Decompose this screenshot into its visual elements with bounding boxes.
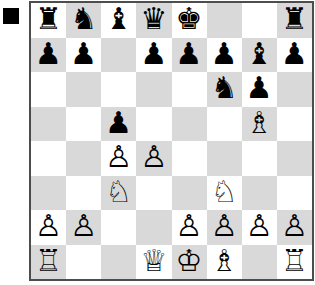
square-h3[interactable] <box>277 176 312 211</box>
square-e2[interactable]: ♙ <box>172 210 207 245</box>
black-knight-piece: ♞ <box>70 4 97 34</box>
square-d1[interactable]: ♕ <box>136 245 171 280</box>
black-pawn-piece: ♟ <box>246 73 273 103</box>
white-rook-piece: ♖ <box>35 246 62 276</box>
square-h2[interactable]: ♙ <box>277 210 312 245</box>
square-b1[interactable] <box>66 245 101 280</box>
square-e6[interactable] <box>172 72 207 107</box>
square-g5[interactable]: ♗ <box>242 107 277 142</box>
square-d7[interactable]: ♟ <box>136 38 171 73</box>
black-king-piece: ♚ <box>176 4 203 34</box>
square-g2[interactable]: ♙ <box>242 210 277 245</box>
square-a3[interactable] <box>31 176 66 211</box>
square-b5[interactable] <box>66 107 101 142</box>
square-c2[interactable] <box>101 210 136 245</box>
square-h5[interactable] <box>277 107 312 142</box>
square-a2[interactable]: ♙ <box>31 210 66 245</box>
square-c3[interactable]: ♘ <box>101 176 136 211</box>
white-pawn-piece: ♙ <box>211 211 238 241</box>
square-d3[interactable] <box>136 176 171 211</box>
square-g8[interactable] <box>242 3 277 38</box>
square-b7[interactable]: ♟ <box>66 38 101 73</box>
square-f1[interactable]: ♗ <box>207 245 242 280</box>
square-a7[interactable]: ♟ <box>31 38 66 73</box>
square-h4[interactable] <box>277 141 312 176</box>
square-c4[interactable]: ♙ <box>101 141 136 176</box>
square-a4[interactable] <box>31 141 66 176</box>
black-pawn-piece: ♟ <box>281 39 308 69</box>
square-e1[interactable]: ♔ <box>172 245 207 280</box>
square-d5[interactable] <box>136 107 171 142</box>
black-queen-piece: ♛ <box>140 4 167 34</box>
black-pawn-piece: ♟ <box>140 39 167 69</box>
square-a6[interactable] <box>31 72 66 107</box>
black-to-move-indicator <box>3 8 19 24</box>
black-pawn-piece: ♟ <box>70 39 97 69</box>
white-king-piece: ♔ <box>176 246 203 276</box>
square-f8[interactable] <box>207 3 242 38</box>
square-f3[interactable]: ♘ <box>207 176 242 211</box>
square-a1[interactable]: ♖ <box>31 245 66 280</box>
square-g1[interactable] <box>242 245 277 280</box>
square-g6[interactable]: ♟ <box>242 72 277 107</box>
square-c1[interactable] <box>101 245 136 280</box>
square-g4[interactable] <box>242 141 277 176</box>
square-b6[interactable] <box>66 72 101 107</box>
square-g3[interactable] <box>242 176 277 211</box>
white-knight-piece: ♘ <box>105 177 132 207</box>
black-knight-piece: ♞ <box>211 73 238 103</box>
black-bishop-piece: ♝ <box>105 4 132 34</box>
square-h1[interactable]: ♖ <box>277 245 312 280</box>
square-e3[interactable] <box>172 176 207 211</box>
black-pawn-piece: ♟ <box>105 108 132 138</box>
square-d8[interactable]: ♛ <box>136 3 171 38</box>
chess-board: ♜♞♝♛♚♜♟♟♟♟♟♝♟♞♟♟♗♙♙♘♘♙♙♙♙♙♙♖♕♔♗♖ <box>29 1 314 281</box>
square-a5[interactable] <box>31 107 66 142</box>
square-c6[interactable] <box>101 72 136 107</box>
square-f5[interactable] <box>207 107 242 142</box>
square-c5[interactable]: ♟ <box>101 107 136 142</box>
square-f7[interactable]: ♟ <box>207 38 242 73</box>
square-f6[interactable]: ♞ <box>207 72 242 107</box>
black-rook-piece: ♜ <box>35 4 62 34</box>
white-pawn-piece: ♙ <box>281 211 308 241</box>
square-b3[interactable] <box>66 176 101 211</box>
white-queen-piece: ♕ <box>140 246 167 276</box>
white-bishop-piece: ♗ <box>211 246 238 276</box>
black-pawn-piece: ♟ <box>211 39 238 69</box>
square-e8[interactable]: ♚ <box>172 3 207 38</box>
square-e4[interactable] <box>172 141 207 176</box>
chess-diagram: ♜♞♝♛♚♜♟♟♟♟♟♝♟♞♟♟♗♙♙♘♘♙♙♙♙♙♙♖♕♔♗♖ <box>0 0 315 285</box>
white-pawn-piece: ♙ <box>246 211 273 241</box>
square-d2[interactable] <box>136 210 171 245</box>
white-knight-piece: ♘ <box>211 177 238 207</box>
square-a8[interactable]: ♜ <box>31 3 66 38</box>
white-pawn-piece: ♙ <box>176 211 203 241</box>
white-pawn-piece: ♙ <box>105 142 132 172</box>
square-e7[interactable]: ♟ <box>172 38 207 73</box>
white-pawn-piece: ♙ <box>35 211 62 241</box>
square-c8[interactable]: ♝ <box>101 3 136 38</box>
square-d4[interactable]: ♙ <box>136 141 171 176</box>
square-h7[interactable]: ♟ <box>277 38 312 73</box>
square-c7[interactable] <box>101 38 136 73</box>
black-rook-piece: ♜ <box>281 4 308 34</box>
black-pawn-piece: ♟ <box>176 39 203 69</box>
white-pawn-piece: ♙ <box>70 211 97 241</box>
white-pawn-piece: ♙ <box>140 142 167 172</box>
square-g7[interactable]: ♝ <box>242 38 277 73</box>
square-h6[interactable] <box>277 72 312 107</box>
square-e5[interactable] <box>172 107 207 142</box>
square-f4[interactable] <box>207 141 242 176</box>
white-rook-piece: ♖ <box>281 246 308 276</box>
square-b2[interactable]: ♙ <box>66 210 101 245</box>
black-bishop-piece: ♝ <box>246 39 273 69</box>
black-pawn-piece: ♟ <box>35 39 62 69</box>
square-h8[interactable]: ♜ <box>277 3 312 38</box>
square-f2[interactable]: ♙ <box>207 210 242 245</box>
square-b4[interactable] <box>66 141 101 176</box>
square-b8[interactable]: ♞ <box>66 3 101 38</box>
square-d6[interactable] <box>136 72 171 107</box>
white-bishop-piece: ♗ <box>246 108 273 138</box>
